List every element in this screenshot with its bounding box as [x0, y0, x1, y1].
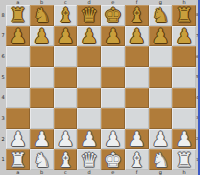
- square-h8[interactable]: ♜: [172, 5, 196, 26]
- square-f6[interactable]: [125, 46, 149, 67]
- white-knight[interactable]: ♞: [33, 150, 51, 170]
- black-king[interactable]: ♚: [104, 5, 122, 25]
- black-bishop[interactable]: ♝: [56, 5, 74, 25]
- square-b1[interactable]: ♞: [30, 149, 54, 170]
- square-c6[interactable]: [54, 46, 78, 67]
- square-g7[interactable]: ♟: [149, 26, 173, 47]
- square-d6[interactable]: [77, 46, 101, 67]
- black-pawn[interactable]: ♟: [128, 26, 146, 46]
- black-pawn[interactable]: ♟: [104, 26, 122, 46]
- square-f3[interactable]: [125, 108, 149, 129]
- square-h5[interactable]: [172, 67, 196, 88]
- file-labels-bottom: abcdefgh: [6, 170, 196, 175]
- square-d7[interactable]: ♟: [77, 26, 101, 47]
- file-label-a: a: [6, 170, 30, 175]
- square-g6[interactable]: [149, 46, 173, 67]
- square-e4[interactable]: [101, 88, 125, 109]
- black-bishop[interactable]: ♝: [128, 5, 146, 25]
- white-pawn[interactable]: ♟: [33, 129, 51, 149]
- window-edge-line: [198, 0, 200, 175]
- square-b4[interactable]: [30, 88, 54, 109]
- board: ♜♞♝♛♚♝♞♜♟♟♟♟♟♟♟♟♟♟♟♟♟♟♟♟♜♞♝♛♚♝♞♜: [6, 5, 196, 170]
- square-a2[interactable]: ♟: [6, 129, 30, 150]
- square-g3[interactable]: [149, 108, 173, 129]
- square-b6[interactable]: [30, 46, 54, 67]
- square-d1[interactable]: ♛: [77, 149, 101, 170]
- square-h4[interactable]: [172, 88, 196, 109]
- square-b8[interactable]: ♞: [30, 5, 54, 26]
- file-label-g: g: [149, 170, 173, 175]
- square-g5[interactable]: [149, 67, 173, 88]
- file-label-d: d: [77, 170, 101, 175]
- square-c7[interactable]: ♟: [54, 26, 78, 47]
- square-d2[interactable]: ♟: [77, 129, 101, 150]
- white-pawn[interactable]: ♟: [175, 129, 193, 149]
- square-h2[interactable]: ♟: [172, 129, 196, 150]
- square-c4[interactable]: [54, 88, 78, 109]
- square-a4[interactable]: [6, 88, 30, 109]
- square-d4[interactable]: [77, 88, 101, 109]
- square-f1[interactable]: ♝: [125, 149, 149, 170]
- white-pawn[interactable]: ♟: [56, 129, 74, 149]
- square-f4[interactable]: [125, 88, 149, 109]
- square-g2[interactable]: ♟: [149, 129, 173, 150]
- square-d5[interactable]: [77, 67, 101, 88]
- black-knight[interactable]: ♞: [33, 5, 51, 25]
- white-pawn[interactable]: ♟: [9, 129, 27, 149]
- white-king[interactable]: ♚: [104, 150, 122, 170]
- square-c3[interactable]: [54, 108, 78, 129]
- black-rook[interactable]: ♜: [175, 5, 193, 25]
- black-queen[interactable]: ♛: [80, 5, 98, 25]
- square-a7[interactable]: ♟: [6, 26, 30, 47]
- square-e5[interactable]: [101, 67, 125, 88]
- black-pawn[interactable]: ♟: [9, 26, 27, 46]
- white-rook[interactable]: ♜: [175, 150, 193, 170]
- black-knight[interactable]: ♞: [151, 5, 169, 25]
- square-g1[interactable]: ♞: [149, 149, 173, 170]
- square-b3[interactable]: [30, 108, 54, 129]
- square-d8[interactable]: ♛: [77, 5, 101, 26]
- square-e8[interactable]: ♚: [101, 5, 125, 26]
- square-a8[interactable]: ♜: [6, 5, 30, 26]
- square-h6[interactable]: [172, 46, 196, 67]
- white-bishop[interactable]: ♝: [128, 150, 146, 170]
- square-g4[interactable]: [149, 88, 173, 109]
- square-b5[interactable]: [30, 67, 54, 88]
- square-a1[interactable]: ♜: [6, 149, 30, 170]
- square-e1[interactable]: ♚: [101, 149, 125, 170]
- white-pawn[interactable]: ♟: [104, 129, 122, 149]
- black-rook[interactable]: ♜: [9, 5, 27, 25]
- square-c5[interactable]: [54, 67, 78, 88]
- square-f8[interactable]: ♝: [125, 5, 149, 26]
- white-pawn[interactable]: ♟: [80, 129, 98, 149]
- square-b2[interactable]: ♟: [30, 129, 54, 150]
- black-pawn[interactable]: ♟: [151, 26, 169, 46]
- white-pawn[interactable]: ♟: [128, 129, 146, 149]
- square-f5[interactable]: [125, 67, 149, 88]
- black-pawn[interactable]: ♟: [175, 26, 193, 46]
- file-label-b: b: [30, 170, 54, 175]
- white-knight[interactable]: ♞: [151, 150, 169, 170]
- square-c2[interactable]: ♟: [54, 129, 78, 150]
- square-c8[interactable]: ♝: [54, 5, 78, 26]
- chess-board-window: abcdefgh 87654321 ♜♞♝♛♚♝♞♜♟♟♟♟♟♟♟♟♟♟♟♟♟♟…: [0, 0, 200, 175]
- square-e7[interactable]: ♟: [101, 26, 125, 47]
- file-label-f: f: [125, 170, 149, 175]
- file-label-e: e: [101, 170, 125, 175]
- square-h7[interactable]: ♟: [172, 26, 196, 47]
- square-d3[interactable]: [77, 108, 101, 129]
- square-f2[interactable]: ♟: [125, 129, 149, 150]
- square-a3[interactable]: [6, 108, 30, 129]
- square-c1[interactable]: ♝: [54, 149, 78, 170]
- black-pawn[interactable]: ♟: [56, 26, 74, 46]
- white-queen[interactable]: ♛: [80, 150, 98, 170]
- file-label-c: c: [54, 170, 78, 175]
- square-e6[interactable]: [101, 46, 125, 67]
- white-bishop[interactable]: ♝: [56, 150, 74, 170]
- square-e3[interactable]: [101, 108, 125, 129]
- square-a6[interactable]: [6, 46, 30, 67]
- square-f7[interactable]: ♟: [125, 26, 149, 47]
- white-pawn[interactable]: ♟: [151, 129, 169, 149]
- square-h3[interactable]: [172, 108, 196, 129]
- square-h1[interactable]: ♜: [172, 149, 196, 170]
- square-e2[interactable]: ♟: [101, 129, 125, 150]
- square-b7[interactable]: ♟: [30, 26, 54, 47]
- file-label-h: h: [172, 170, 196, 175]
- black-pawn[interactable]: ♟: [80, 26, 98, 46]
- black-pawn[interactable]: ♟: [33, 26, 51, 46]
- white-rook[interactable]: ♜: [9, 150, 27, 170]
- square-g8[interactable]: ♞: [149, 5, 173, 26]
- square-a5[interactable]: [6, 67, 30, 88]
